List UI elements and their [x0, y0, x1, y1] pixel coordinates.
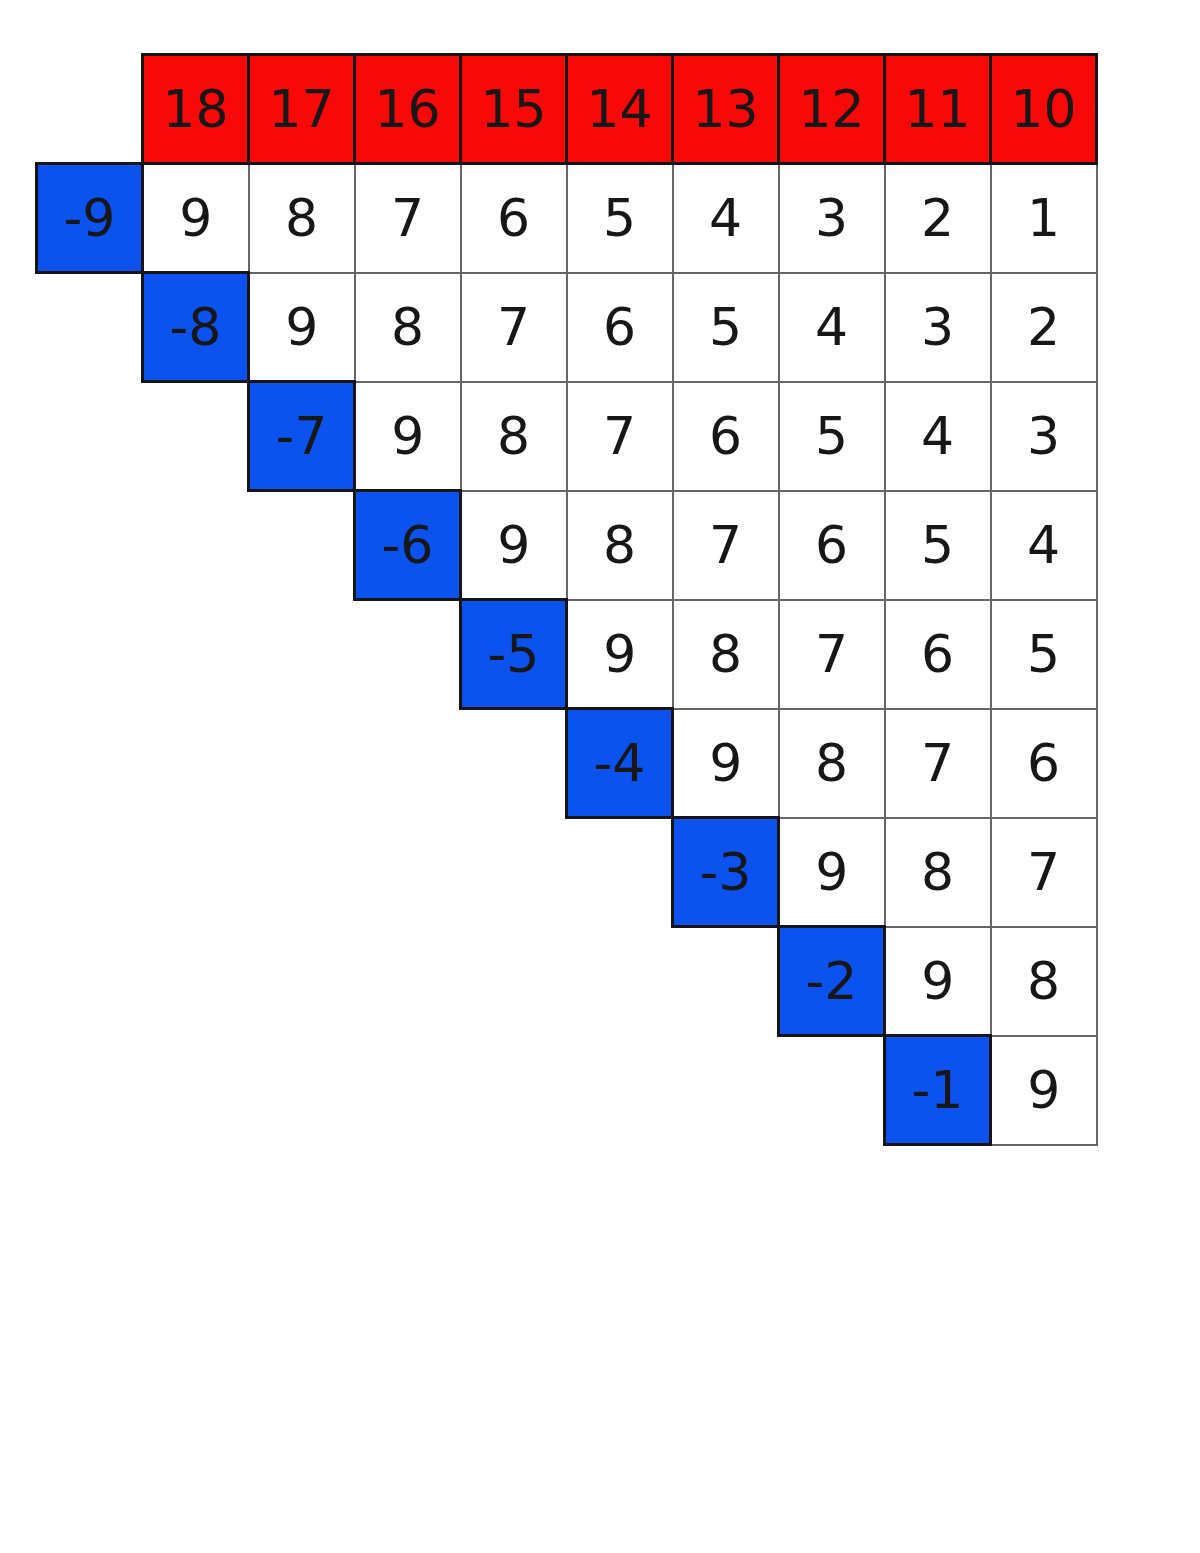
subtrahend-cell: -5 [461, 600, 567, 709]
empty-cell [143, 927, 249, 1036]
difference-cell: 9 [461, 491, 567, 600]
empty-cell [143, 818, 249, 927]
difference-cell: 5 [991, 600, 1097, 709]
board-row: -49876 [37, 709, 1097, 818]
empty-cell [37, 273, 143, 382]
empty-cell [37, 382, 143, 491]
difference-cell: 3 [779, 164, 885, 273]
empty-cell [355, 1036, 461, 1145]
empty-cell [37, 55, 143, 164]
difference-cell: 7 [567, 382, 673, 491]
minuend-header-cell: 17 [249, 55, 355, 164]
empty-cell [37, 818, 143, 927]
empty-cell [779, 1036, 885, 1145]
board-row: -6987654 [37, 491, 1097, 600]
subtrahend-cell: -2 [779, 927, 885, 1036]
empty-cell [567, 927, 673, 1036]
difference-cell: 9 [779, 818, 885, 927]
empty-cell [37, 491, 143, 600]
board-row: -9987654321 [37, 164, 1097, 273]
difference-cell: 7 [461, 273, 567, 382]
empty-cell [673, 1036, 779, 1145]
empty-cell [37, 600, 143, 709]
difference-cell: 9 [673, 709, 779, 818]
difference-cell: 4 [991, 491, 1097, 600]
difference-cell: 8 [885, 818, 991, 927]
minuend-header-cell: 18 [143, 55, 249, 164]
empty-cell [355, 600, 461, 709]
difference-cell: 9 [355, 382, 461, 491]
difference-cell: 9 [991, 1036, 1097, 1145]
empty-cell [249, 1036, 355, 1145]
difference-cell: 2 [991, 273, 1097, 382]
empty-cell [143, 382, 249, 491]
difference-cell: 5 [885, 491, 991, 600]
minuend-header-cell: 14 [567, 55, 673, 164]
difference-cell: 8 [779, 709, 885, 818]
difference-cell: 8 [249, 164, 355, 273]
minuend-header-cell: 16 [355, 55, 461, 164]
difference-cell: 7 [355, 164, 461, 273]
difference-cell: 6 [673, 382, 779, 491]
empty-cell [143, 1036, 249, 1145]
empty-cell [249, 709, 355, 818]
minuend-header-cell: 12 [779, 55, 885, 164]
minuend-header-cell: 13 [673, 55, 779, 164]
minuend-header-cell: 10 [991, 55, 1097, 164]
difference-cell: 4 [779, 273, 885, 382]
empty-cell [249, 491, 355, 600]
difference-cell: 6 [567, 273, 673, 382]
difference-cell: 8 [673, 600, 779, 709]
difference-cell: 5 [673, 273, 779, 382]
empty-cell [355, 927, 461, 1036]
subtraction-chart-board: 181716151413121110-9987654321-898765432-… [35, 53, 1098, 1146]
empty-cell [249, 818, 355, 927]
empty-cell [249, 927, 355, 1036]
empty-cell [461, 818, 567, 927]
difference-cell: 3 [991, 382, 1097, 491]
difference-cell: 7 [673, 491, 779, 600]
difference-cell: 9 [885, 927, 991, 1036]
difference-cell: 3 [885, 273, 991, 382]
board-row: -79876543 [37, 382, 1097, 491]
difference-cell: 9 [143, 164, 249, 273]
empty-cell [143, 600, 249, 709]
difference-cell: 5 [779, 382, 885, 491]
empty-cell [37, 709, 143, 818]
empty-cell [355, 709, 461, 818]
subtrahend-cell: -7 [249, 382, 355, 491]
empty-cell [143, 491, 249, 600]
board-row: -19 [37, 1036, 1097, 1145]
difference-cell: 6 [885, 600, 991, 709]
subtrahend-cell: -9 [37, 164, 143, 273]
board-body: 181716151413121110-9987654321-898765432-… [37, 55, 1097, 1145]
difference-cell: 2 [885, 164, 991, 273]
difference-cell: 6 [991, 709, 1097, 818]
difference-cell: 7 [885, 709, 991, 818]
empty-cell [249, 600, 355, 709]
empty-cell [461, 709, 567, 818]
subtrahend-cell: -1 [885, 1036, 991, 1145]
empty-cell [567, 1036, 673, 1145]
difference-cell: 8 [461, 382, 567, 491]
empty-cell [37, 1036, 143, 1145]
difference-cell: 8 [355, 273, 461, 382]
empty-cell [355, 818, 461, 927]
board-row: -598765 [37, 600, 1097, 709]
difference-cell: 9 [567, 600, 673, 709]
empty-cell [143, 709, 249, 818]
board-row: -3987 [37, 818, 1097, 927]
subtrahend-cell: -6 [355, 491, 461, 600]
difference-cell: 5 [567, 164, 673, 273]
empty-cell [461, 1036, 567, 1145]
board-row: 181716151413121110 [37, 55, 1097, 164]
subtrahend-cell: -4 [567, 709, 673, 818]
difference-cell: 6 [779, 491, 885, 600]
difference-cell: 8 [567, 491, 673, 600]
difference-cell: 6 [461, 164, 567, 273]
subtrahend-cell: -3 [673, 818, 779, 927]
empty-cell [461, 927, 567, 1036]
empty-cell [37, 927, 143, 1036]
subtrahend-cell: -8 [143, 273, 249, 382]
minuend-header-cell: 15 [461, 55, 567, 164]
board-row: -298 [37, 927, 1097, 1036]
difference-cell: 4 [673, 164, 779, 273]
board-row: -898765432 [37, 273, 1097, 382]
empty-cell [673, 927, 779, 1036]
minuend-header-cell: 11 [885, 55, 991, 164]
difference-cell: 1 [991, 164, 1097, 273]
empty-cell [567, 818, 673, 927]
difference-cell: 4 [885, 382, 991, 491]
difference-cell: 8 [991, 927, 1097, 1036]
difference-cell: 9 [249, 273, 355, 382]
difference-cell: 7 [779, 600, 885, 709]
difference-cell: 7 [991, 818, 1097, 927]
